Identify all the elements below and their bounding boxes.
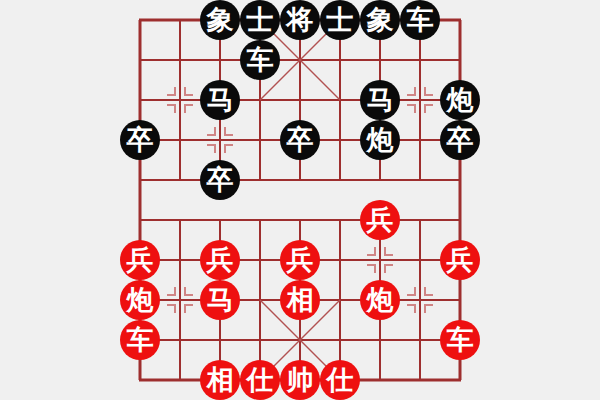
piece-black-soldier-c3r5[interactable]: 卒 — [200, 160, 240, 200]
piece-black-general-c5r1[interactable]: 将 — [280, 0, 320, 40]
piece-red-elephant-c5r8[interactable]: 相 — [280, 280, 320, 320]
piece-black-advisor-c6r1[interactable]: 士 — [320, 0, 360, 40]
piece-black-chariot-c8r1[interactable]: 车 — [400, 0, 440, 40]
piece-black-advisor-c4r1[interactable]: 士 — [240, 0, 280, 40]
piece-black-soldier-c9r4[interactable]: 卒 — [440, 120, 480, 160]
piece-black-elephant-c3r1[interactable]: 象 — [200, 0, 240, 40]
piece-black-cannon-c7r4[interactable]: 炮 — [360, 120, 400, 160]
piece-red-soldier-c7r6[interactable]: 兵 — [360, 200, 400, 240]
piece-black-soldier-c5r4[interactable]: 卒 — [280, 120, 320, 160]
piece-red-advisor-c4r10[interactable]: 仕 — [240, 360, 280, 400]
xiangqi-board-app: 象士将士象车车马马炮卒卒炮卒卒兵兵兵兵兵炮马相炮车车相仕帅仕 — [0, 0, 600, 400]
piece-red-soldier-c5r7[interactable]: 兵 — [280, 240, 320, 280]
piece-red-soldier-c3r7[interactable]: 兵 — [200, 240, 240, 280]
piece-red-cannon-c1r8[interactable]: 炮 — [120, 280, 160, 320]
piece-black-horse-c3r3[interactable]: 马 — [200, 80, 240, 120]
piece-black-soldier-c1r4[interactable]: 卒 — [120, 120, 160, 160]
piece-black-chariot-c4r2[interactable]: 车 — [240, 40, 280, 80]
piece-red-elephant-c3r10[interactable]: 相 — [200, 360, 240, 400]
piece-black-cannon-c9r3[interactable]: 炮 — [440, 80, 480, 120]
piece-red-general-c5r10[interactable]: 帅 — [280, 360, 320, 400]
pieces-layer: 象士将士象车车马马炮卒卒炮卒卒兵兵兵兵兵炮马相炮车车相仕帅仕 — [120, 0, 480, 400]
piece-red-chariot-c9r9[interactable]: 车 — [440, 320, 480, 360]
piece-black-horse-c7r3[interactable]: 马 — [360, 80, 400, 120]
piece-red-chariot-c1r9[interactable]: 车 — [120, 320, 160, 360]
piece-red-cannon-c7r8[interactable]: 炮 — [360, 280, 400, 320]
piece-red-advisor-c6r10[interactable]: 仕 — [320, 360, 360, 400]
piece-red-soldier-c1r7[interactable]: 兵 — [120, 240, 160, 280]
piece-red-horse-c3r8[interactable]: 马 — [200, 280, 240, 320]
piece-black-elephant-c7r1[interactable]: 象 — [360, 0, 400, 40]
piece-red-soldier-c9r7[interactable]: 兵 — [440, 240, 480, 280]
